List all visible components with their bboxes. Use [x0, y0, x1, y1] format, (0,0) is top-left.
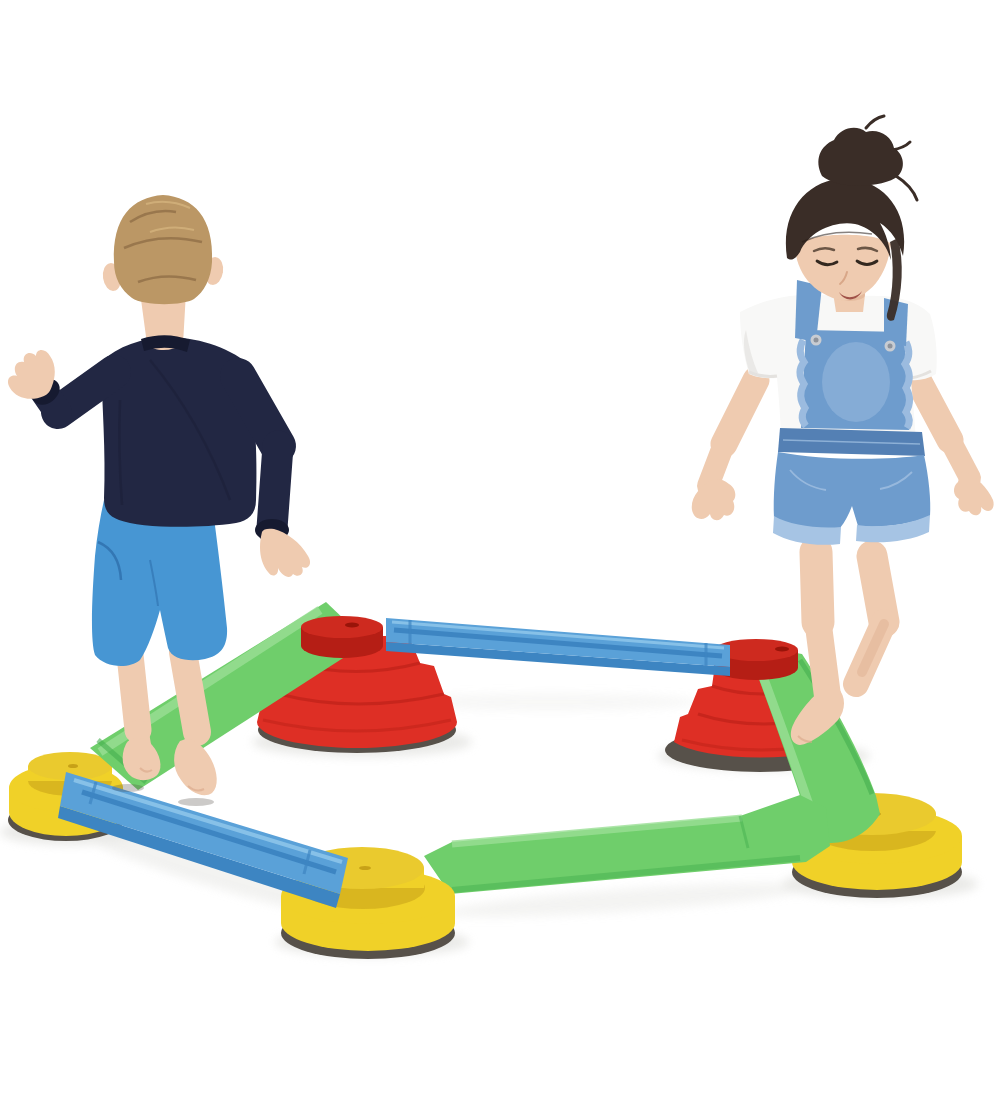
girl-bib-ruffle-right	[905, 342, 910, 428]
stone-disc-top	[301, 616, 383, 638]
boy-back-foot-contact-shadow	[112, 784, 144, 792]
stone-center-hole	[68, 764, 78, 768]
stone-center-hole	[359, 866, 371, 870]
girl-strap-button-left-center	[814, 338, 819, 343]
photo-canvas	[0, 0, 1000, 1112]
girl-bib-wash	[822, 342, 890, 422]
girl-strap-button-right-center	[888, 344, 893, 349]
stepping-stone-red-left-top	[301, 616, 383, 658]
boy-front-shin	[183, 652, 197, 732]
stone-center-hole	[775, 647, 789, 652]
balance-course-scene	[0, 0, 1000, 1112]
boy-right-forearm	[272, 446, 278, 528]
boy-front-foot-contact-shadow	[178, 798, 214, 806]
stone-center-hole	[345, 623, 359, 628]
boy-back-shin	[130, 655, 138, 730]
